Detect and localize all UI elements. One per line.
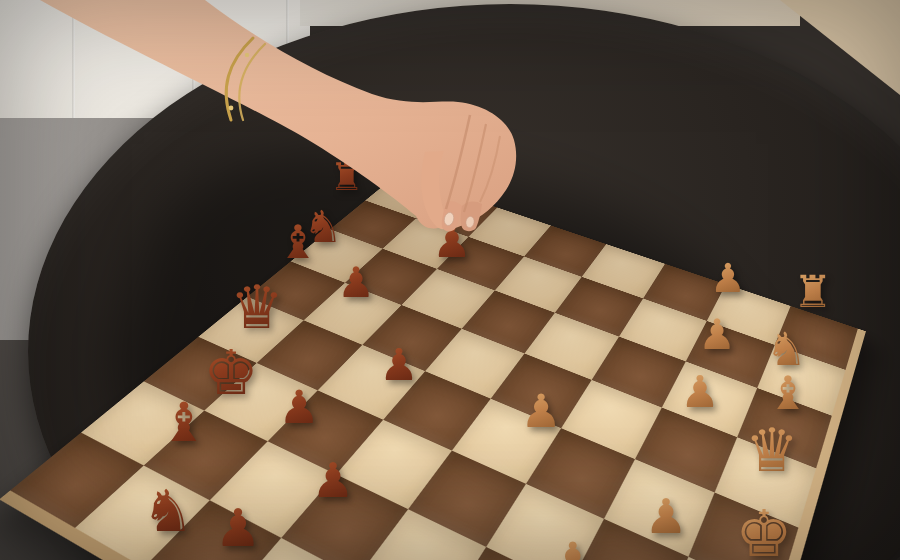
black-pawn-e7[interactable]: ♟ — [278, 384, 319, 430]
white-queen-d1[interactable]: ♛ — [745, 420, 799, 480]
white-pawn-f4[interactable]: ♟ — [551, 536, 596, 560]
black-knight-g8[interactable]: ♞ — [142, 482, 194, 540]
black-bishop-c8[interactable]: ♝ — [277, 219, 318, 265]
white-pawn-c2[interactable]: ♟ — [680, 370, 719, 414]
white-pawn-a2[interactable]: ♟ — [710, 258, 746, 298]
white-pawn-e2[interactable]: ♟ — [644, 492, 687, 540]
black-pawn-c7[interactable]: ♟ — [337, 262, 375, 304]
black-king-e8[interactable]: ♚ — [203, 342, 259, 404]
white-king-e1[interactable]: ♚ — [735, 502, 792, 560]
photo-scene: { "game": "chess", "scene": { "descripti… — [0, 0, 900, 560]
black-rook-a8[interactable]: ♜ — [330, 158, 364, 196]
white-pawn-d4[interactable]: ♟ — [520, 388, 561, 434]
white-bishop-c1[interactable]: ♝ — [767, 370, 808, 416]
held-black-pawn-b6[interactable]: ♟ — [432, 220, 471, 264]
white-rook-a1[interactable]: ♜ — [793, 270, 832, 314]
black-pawn-g7[interactable]: ♟ — [215, 502, 262, 554]
black-pawn-a7[interactable]: ♟ — [403, 158, 433, 192]
black-bishop-f8[interactable]: ♝ — [160, 396, 208, 450]
black-queen-d8[interactable]: ♛ — [230, 277, 284, 337]
white-pawn-b2[interactable]: ♟ — [698, 314, 736, 356]
black-pawn-f6[interactable]: ♟ — [311, 456, 354, 504]
black-pawn-d6[interactable]: ♟ — [379, 343, 418, 387]
